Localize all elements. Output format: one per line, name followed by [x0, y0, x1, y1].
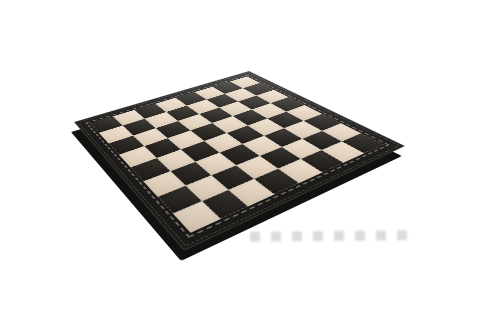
playing-field [90, 76, 384, 232]
board-frame [74, 71, 405, 251]
chess-board [74, 71, 405, 251]
product-photo-scene [0, 0, 480, 332]
surface-reflection [250, 230, 408, 242]
